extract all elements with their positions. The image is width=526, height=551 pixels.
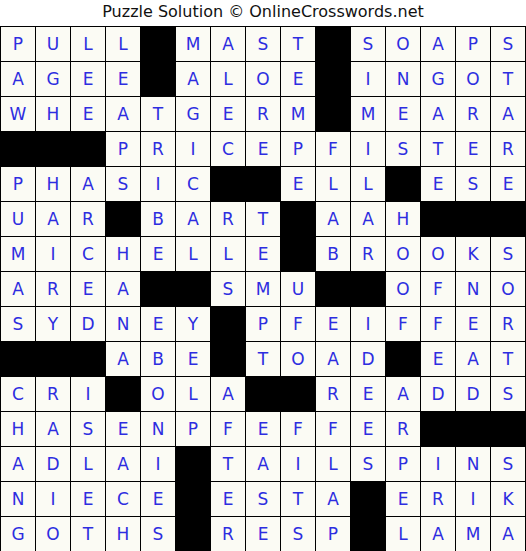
letter-cell: L xyxy=(211,237,246,272)
letter-cell: S xyxy=(491,237,526,272)
letter-cell: E xyxy=(281,167,316,202)
block-cell xyxy=(421,202,456,237)
letter-cell: S xyxy=(281,517,316,551)
letter-cell: E xyxy=(71,97,106,132)
block-cell xyxy=(106,202,141,237)
block-cell xyxy=(456,202,491,237)
letter-cell: E xyxy=(386,482,421,517)
letter-cell: G xyxy=(36,62,71,97)
letter-cell: P xyxy=(456,27,491,62)
letter-cell: E xyxy=(351,412,386,447)
letter-cell: B xyxy=(141,342,176,377)
letter-cell: I xyxy=(176,132,211,167)
letter-cell: A xyxy=(421,97,456,132)
letter-cell: E xyxy=(71,272,106,307)
letter-cell: I xyxy=(351,307,386,342)
letter-cell: N xyxy=(456,272,491,307)
letter-cell: C xyxy=(1,377,36,412)
letter-cell: F xyxy=(386,307,421,342)
letter-cell: A xyxy=(211,27,246,62)
letter-cell: S xyxy=(351,447,386,482)
letter-cell: A xyxy=(106,342,141,377)
letter-cell: I xyxy=(421,447,456,482)
letter-cell: P xyxy=(386,447,421,482)
letter-cell: A xyxy=(421,27,456,62)
letter-cell: E xyxy=(141,307,176,342)
letter-cell: E xyxy=(281,62,316,97)
block-cell xyxy=(316,62,351,97)
letter-cell: B xyxy=(316,237,351,272)
block-cell xyxy=(141,62,176,97)
letter-cell: E xyxy=(176,342,211,377)
block-cell xyxy=(351,482,386,517)
letter-cell: M xyxy=(176,27,211,62)
letter-cell: R xyxy=(36,272,71,307)
letter-cell: W xyxy=(1,97,36,132)
letter-cell: I xyxy=(141,447,176,482)
letter-cell: R xyxy=(316,377,351,412)
letter-cell: T xyxy=(141,97,176,132)
letter-cell: M xyxy=(246,272,281,307)
letter-cell: S xyxy=(491,447,526,482)
block-cell xyxy=(316,27,351,62)
letter-cell: K xyxy=(456,237,491,272)
letter-cell: D xyxy=(36,447,71,482)
letter-cell: T xyxy=(281,482,316,517)
letter-cell: A xyxy=(1,447,36,482)
letter-cell: M xyxy=(281,97,316,132)
letter-cell: L xyxy=(316,447,351,482)
letter-cell: R xyxy=(386,412,421,447)
block-cell xyxy=(211,307,246,342)
letter-cell: P xyxy=(176,412,211,447)
block-cell xyxy=(1,132,36,167)
letter-cell: T xyxy=(246,342,281,377)
letter-cell: H xyxy=(36,167,71,202)
letter-cell: U xyxy=(281,272,316,307)
letter-cell: M xyxy=(456,517,491,551)
letter-cell: T xyxy=(71,517,106,551)
letter-cell: H xyxy=(386,202,421,237)
block-cell xyxy=(1,342,36,377)
block-cell xyxy=(176,517,211,551)
letter-cell: E xyxy=(456,132,491,167)
puzzle-solution-page: Puzzle Solution © OnlineCrosswords.net P… xyxy=(0,0,526,551)
letter-cell: E xyxy=(106,412,141,447)
letter-cell: S xyxy=(246,27,281,62)
letter-cell: A xyxy=(1,272,36,307)
letter-cell: S xyxy=(386,132,421,167)
block-cell xyxy=(176,272,211,307)
letter-cell: R xyxy=(246,97,281,132)
letter-cell: L xyxy=(211,62,246,97)
letter-cell: E xyxy=(246,237,281,272)
block-cell xyxy=(176,447,211,482)
letter-cell: L xyxy=(71,447,106,482)
letter-cell: S xyxy=(106,167,141,202)
letter-cell: A xyxy=(36,412,71,447)
letter-cell: A xyxy=(316,202,351,237)
letter-cell: A xyxy=(176,62,211,97)
letter-cell: E xyxy=(351,377,386,412)
letter-cell: F xyxy=(281,307,316,342)
letter-cell: C xyxy=(211,132,246,167)
letter-cell: I xyxy=(36,482,71,517)
letter-cell: C xyxy=(176,167,211,202)
letter-cell: S xyxy=(211,272,246,307)
letter-cell: S xyxy=(246,482,281,517)
letter-cell: E xyxy=(141,237,176,272)
letter-cell: T xyxy=(421,132,456,167)
letter-cell: S xyxy=(491,27,526,62)
block-cell xyxy=(456,412,491,447)
letter-cell: G xyxy=(176,97,211,132)
block-cell xyxy=(491,412,526,447)
letter-cell: A xyxy=(246,447,281,482)
letter-cell: E xyxy=(106,62,141,97)
letter-cell: G xyxy=(1,517,36,551)
letter-cell: S xyxy=(71,412,106,447)
letter-cell: N xyxy=(106,307,141,342)
letter-cell: T xyxy=(211,447,246,482)
letter-cell: A xyxy=(36,202,71,237)
block-cell xyxy=(351,517,386,551)
letter-cell: A xyxy=(71,167,106,202)
block-cell xyxy=(36,132,71,167)
block-cell xyxy=(421,412,456,447)
letter-cell: O xyxy=(386,272,421,307)
letter-cell: A xyxy=(456,342,491,377)
letter-cell: A xyxy=(211,377,246,412)
letter-cell: P xyxy=(1,167,36,202)
letter-cell: O xyxy=(141,377,176,412)
letter-cell: R xyxy=(211,517,246,551)
letter-cell: T xyxy=(491,62,526,97)
letter-cell: E xyxy=(211,97,246,132)
letter-cell: I xyxy=(456,482,491,517)
letter-cell: O xyxy=(491,272,526,307)
letter-cell: A xyxy=(176,202,211,237)
letter-cell: F xyxy=(316,412,351,447)
letter-cell: H xyxy=(36,97,71,132)
letter-cell: P xyxy=(106,132,141,167)
letter-cell: E xyxy=(421,342,456,377)
letter-cell: L xyxy=(316,167,351,202)
block-cell xyxy=(141,272,176,307)
letter-cell: D xyxy=(71,307,106,342)
crossword-grid: PULLMASTSOAPSAGEEALOEINGOTWHEATGERMMEARA… xyxy=(0,26,526,551)
letter-cell: E xyxy=(246,517,281,551)
letter-cell: E xyxy=(491,167,526,202)
block-cell xyxy=(211,342,246,377)
letter-cell: A xyxy=(386,377,421,412)
letter-cell: N xyxy=(456,447,491,482)
block-cell xyxy=(281,237,316,272)
letter-cell: I xyxy=(351,62,386,97)
letter-cell: E xyxy=(386,97,421,132)
letter-cell: T xyxy=(281,27,316,62)
letter-cell: K xyxy=(491,482,526,517)
block-cell xyxy=(211,167,246,202)
block-cell xyxy=(176,482,211,517)
letter-cell: E xyxy=(316,307,351,342)
letter-cell: F xyxy=(281,412,316,447)
letter-cell: N xyxy=(386,62,421,97)
letter-cell: I xyxy=(281,447,316,482)
letter-cell: D xyxy=(351,342,386,377)
letter-cell: F xyxy=(421,272,456,307)
letter-cell: A xyxy=(106,272,141,307)
letter-cell: O xyxy=(281,342,316,377)
letter-cell: R xyxy=(456,97,491,132)
letter-cell: E xyxy=(456,307,491,342)
letter-cell: U xyxy=(36,27,71,62)
block-cell xyxy=(316,272,351,307)
block-cell xyxy=(351,272,386,307)
letter-cell: A xyxy=(491,517,526,551)
block-cell xyxy=(36,342,71,377)
letter-cell: S xyxy=(141,517,176,551)
block-cell xyxy=(386,342,421,377)
block-cell xyxy=(106,377,141,412)
letter-cell: O xyxy=(386,27,421,62)
block-cell xyxy=(316,97,351,132)
letter-cell: D xyxy=(456,377,491,412)
letter-cell: I xyxy=(141,167,176,202)
letter-cell: L xyxy=(71,27,106,62)
letter-cell: A xyxy=(316,342,351,377)
letter-cell: R xyxy=(491,307,526,342)
letter-cell: R xyxy=(211,202,246,237)
letter-cell: C xyxy=(71,237,106,272)
letter-cell: N xyxy=(1,482,36,517)
letter-cell: L xyxy=(351,167,386,202)
block-cell xyxy=(281,377,316,412)
letter-cell: E xyxy=(71,482,106,517)
letter-cell: F xyxy=(421,307,456,342)
letter-cell: E xyxy=(141,482,176,517)
letter-cell: M xyxy=(1,237,36,272)
letter-cell: A xyxy=(491,97,526,132)
letter-cell: S xyxy=(491,377,526,412)
letter-cell: E xyxy=(211,482,246,517)
block-cell xyxy=(491,202,526,237)
letter-cell: A xyxy=(421,517,456,551)
letter-cell: O xyxy=(36,517,71,551)
letter-cell: O xyxy=(421,237,456,272)
letter-cell: Y xyxy=(36,307,71,342)
letter-cell: L xyxy=(386,517,421,551)
letter-cell: S xyxy=(1,307,36,342)
letter-cell: M xyxy=(351,97,386,132)
letter-cell: T xyxy=(246,202,281,237)
letter-cell: L xyxy=(106,27,141,62)
letter-cell: S xyxy=(456,167,491,202)
letter-cell: F xyxy=(316,132,351,167)
letter-cell: A xyxy=(351,202,386,237)
letter-cell: B xyxy=(141,202,176,237)
letter-cell: N xyxy=(141,412,176,447)
letter-cell: R xyxy=(421,482,456,517)
letter-cell: A xyxy=(106,447,141,482)
letter-cell: E xyxy=(246,412,281,447)
letter-cell: P xyxy=(316,517,351,551)
block-cell xyxy=(141,27,176,62)
letter-cell: I xyxy=(351,132,386,167)
letter-cell: S xyxy=(351,27,386,62)
letter-cell: H xyxy=(1,412,36,447)
letter-cell: C xyxy=(106,482,141,517)
letter-cell: F xyxy=(211,412,246,447)
letter-cell: A xyxy=(1,62,36,97)
letter-cell: E xyxy=(421,167,456,202)
letter-cell: R xyxy=(351,237,386,272)
block-cell xyxy=(246,167,281,202)
letter-cell: R xyxy=(71,202,106,237)
letter-cell: A xyxy=(316,482,351,517)
letter-cell: R xyxy=(141,132,176,167)
block-cell xyxy=(71,342,106,377)
letter-cell: T xyxy=(491,342,526,377)
block-cell xyxy=(281,202,316,237)
letter-cell: Y xyxy=(176,307,211,342)
letter-cell: I xyxy=(71,377,106,412)
letter-cell: G xyxy=(421,62,456,97)
letter-cell: H xyxy=(106,237,141,272)
letter-cell: O xyxy=(456,62,491,97)
letter-cell: R xyxy=(36,377,71,412)
letter-cell: I xyxy=(36,237,71,272)
letter-cell: O xyxy=(386,237,421,272)
block-cell xyxy=(386,167,421,202)
letter-cell: H xyxy=(106,517,141,551)
letter-cell: R xyxy=(491,132,526,167)
block-cell xyxy=(246,377,281,412)
letter-cell: A xyxy=(106,97,141,132)
block-cell xyxy=(71,132,106,167)
letter-cell: U xyxy=(1,202,36,237)
letter-cell: P xyxy=(246,307,281,342)
letter-cell: E xyxy=(71,62,106,97)
letter-cell: P xyxy=(281,132,316,167)
letter-cell: P xyxy=(1,27,36,62)
letter-cell: L xyxy=(176,377,211,412)
letter-cell: D xyxy=(421,377,456,412)
puzzle-title: Puzzle Solution © OnlineCrosswords.net xyxy=(0,0,526,26)
letter-cell: O xyxy=(246,62,281,97)
letter-cell: L xyxy=(176,237,211,272)
letter-cell: E xyxy=(246,132,281,167)
